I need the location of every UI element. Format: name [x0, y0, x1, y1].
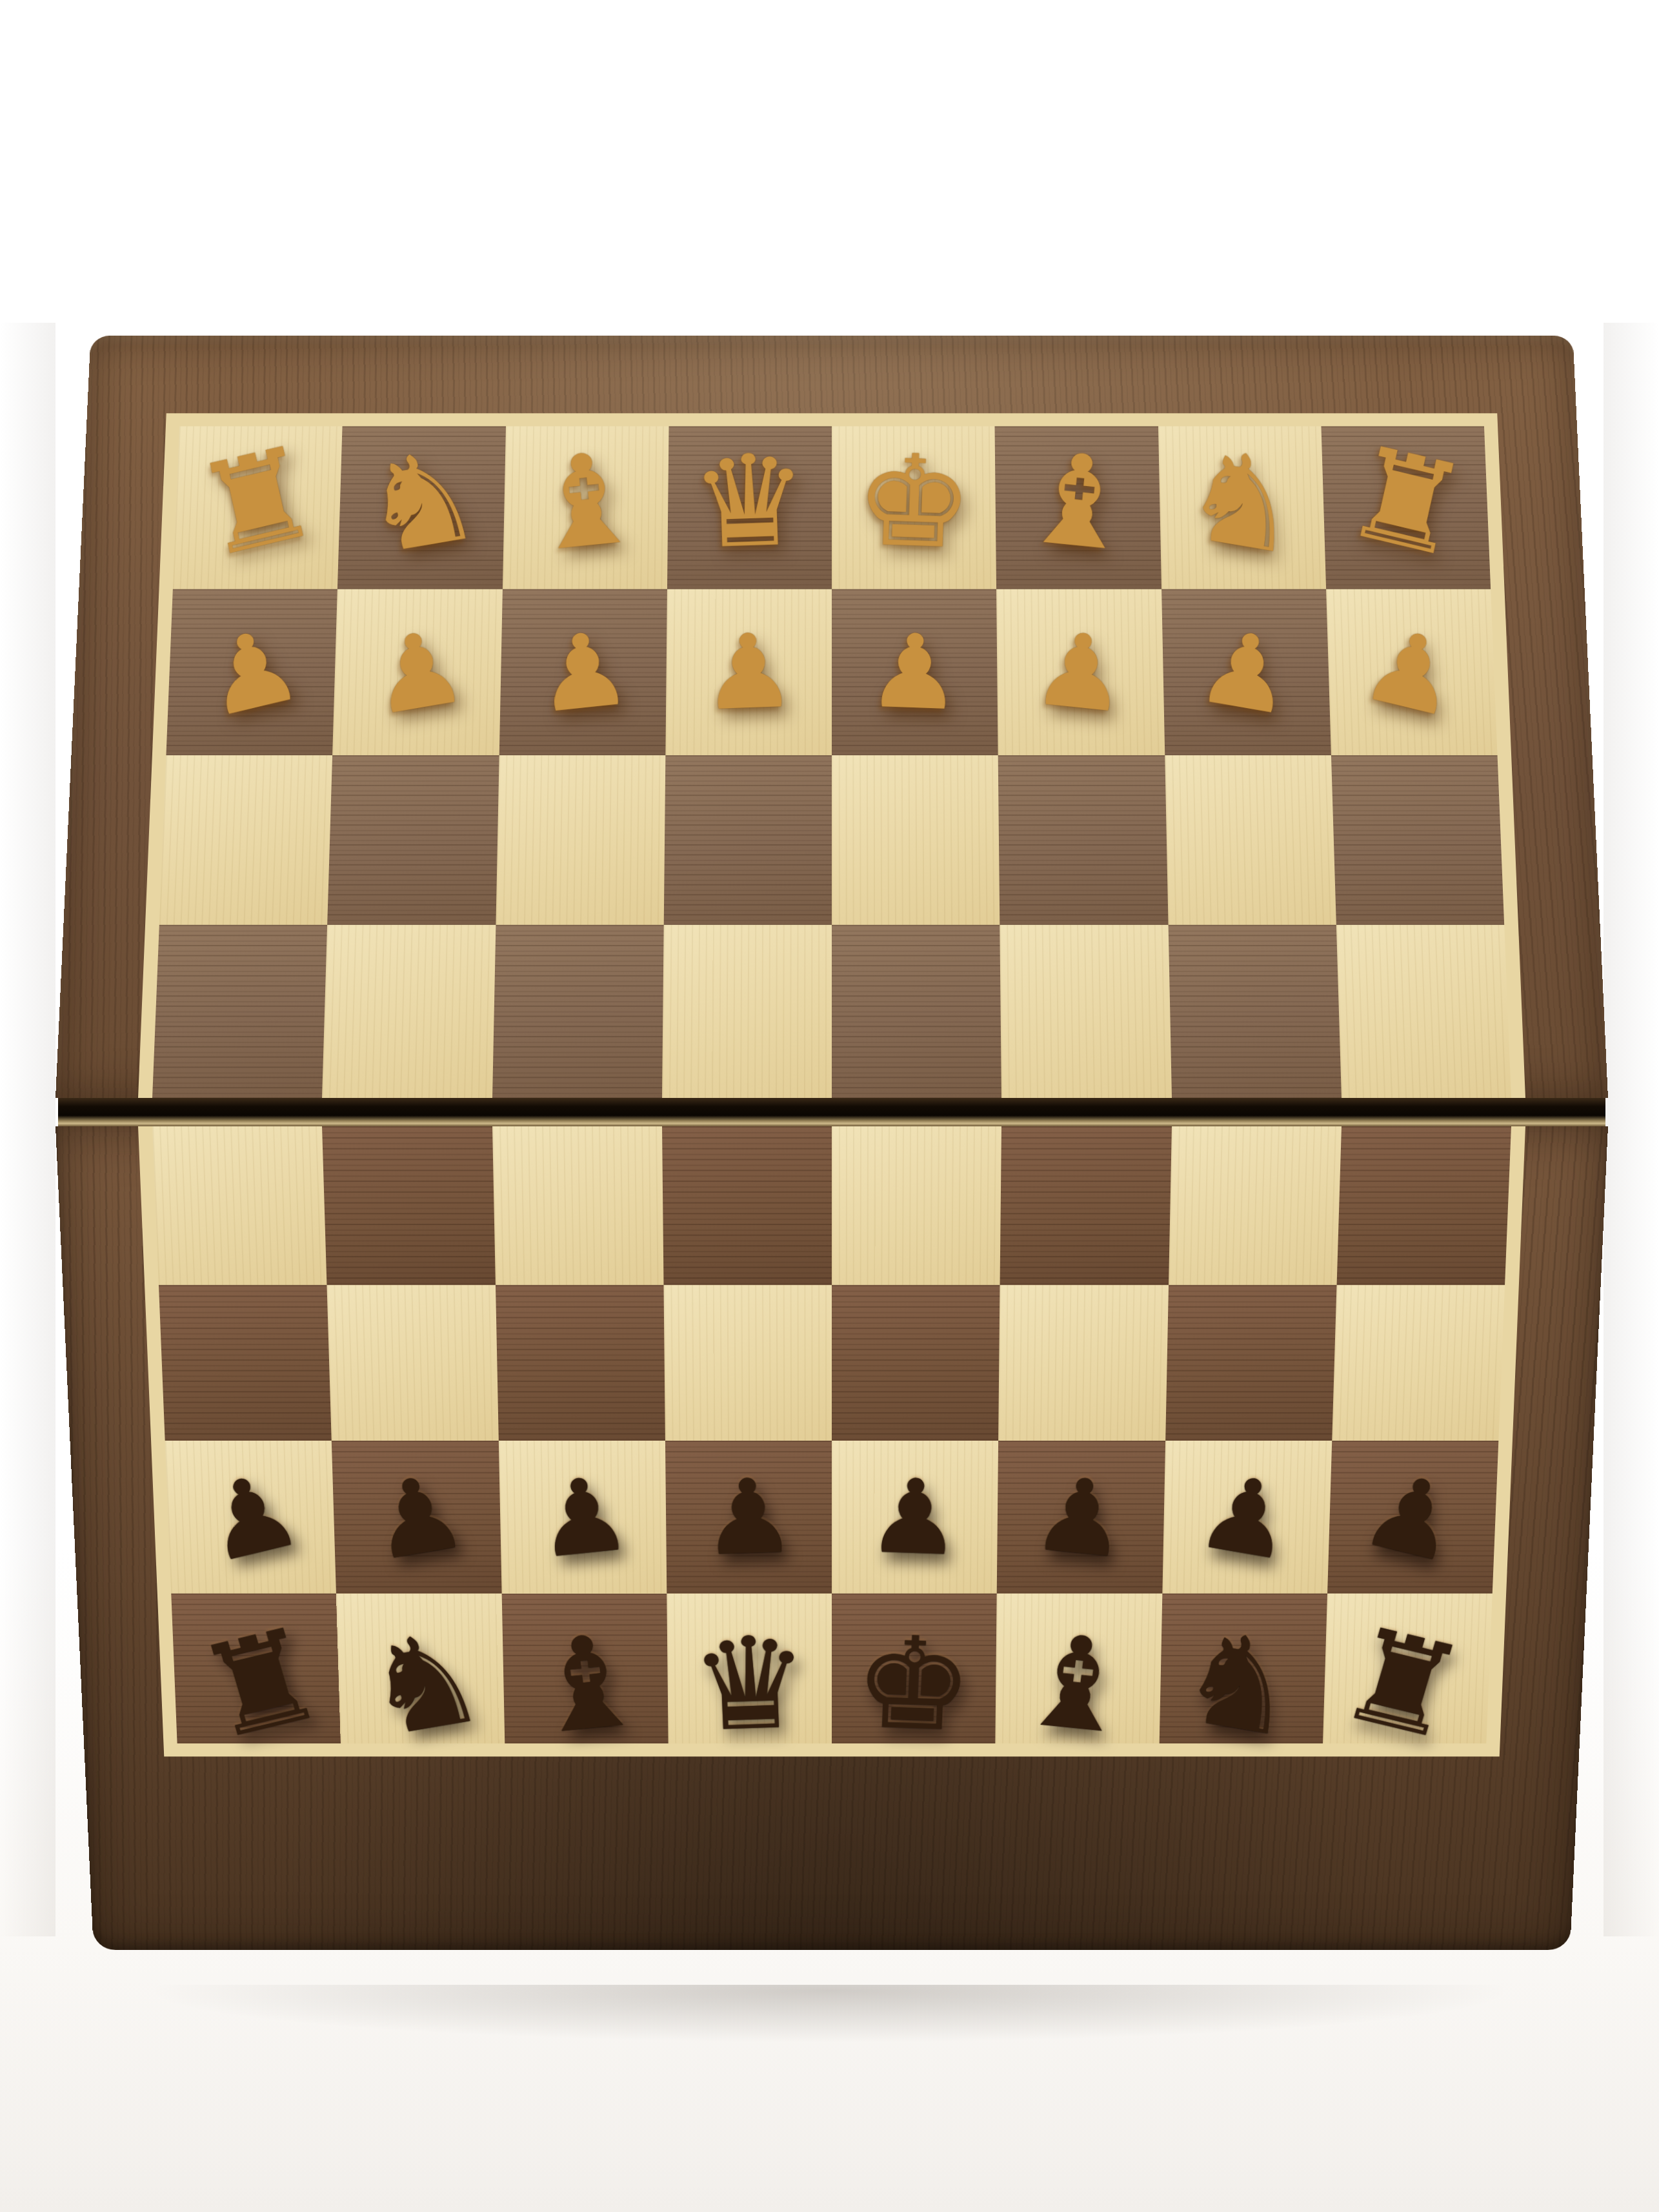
piece-light-queen: ♛	[689, 436, 810, 567]
board-top-half: ♜♞♝♛♚♝♞♜♟♟♟♟♟♟♟♟	[55, 336, 1608, 1098]
piece-light-pawn: ♟	[363, 614, 473, 731]
square-r6c2	[327, 1285, 499, 1441]
piece-light-pawn: ♟	[532, 616, 636, 727]
piece-dark-rook: ♜	[1328, 1608, 1478, 1760]
square-r8c6: ♝	[996, 1594, 1162, 1743]
maple-border-bottom-half: ♟♟♟♟♟♟♟♟♜♞♝♛♚♝♞♜	[138, 1126, 1525, 1756]
bottom-half-squares: ♟♟♟♟♟♟♟♟♜♞♝♛♚♝♞♜	[152, 1126, 1511, 1743]
square-r2c2: ♟	[332, 589, 502, 755]
square-r8c8: ♜	[1323, 1594, 1493, 1743]
square-r6c4	[663, 1285, 832, 1441]
board-drop-shadow	[142, 1985, 1517, 2043]
square-r8c7: ♞	[1159, 1594, 1327, 1743]
square-r6c6	[998, 1285, 1168, 1441]
square-r7c7: ♟	[1162, 1441, 1332, 1594]
square-r4c5	[832, 925, 1001, 1098]
piece-dark-pawn: ♟	[1190, 1459, 1304, 1576]
square-r6c8	[1332, 1285, 1505, 1441]
piece-light-bishop: ♝	[521, 433, 650, 571]
piece-light-bishop: ♝	[1013, 433, 1143, 571]
square-r8c4: ♛	[667, 1594, 832, 1743]
square-r1c2: ♞	[337, 426, 505, 589]
square-r2c5: ♟	[832, 589, 998, 755]
piece-dark-pawn: ♟	[1352, 1456, 1473, 1578]
maple-border-top-half: ♜♞♝♛♚♝♞♜♟♟♟♟♟♟♟♟	[138, 413, 1525, 1098]
square-r2c3: ♟	[499, 589, 667, 755]
square-r5c5	[832, 1126, 1001, 1285]
square-r6c7	[1165, 1285, 1337, 1441]
square-r2c6: ♟	[996, 589, 1164, 755]
left-backdrop-shade	[0, 323, 55, 1936]
square-r4c4	[662, 925, 832, 1098]
square-r3c2	[327, 755, 499, 925]
square-r1c1: ♜	[173, 426, 343, 589]
square-r1c7: ♞	[1158, 426, 1325, 589]
square-r5c3	[492, 1126, 664, 1285]
square-r3c6	[998, 755, 1168, 925]
square-r3c1	[159, 755, 333, 925]
square-r3c4	[663, 755, 832, 925]
piece-light-rook: ♜	[185, 427, 328, 576]
piece-light-pawn: ♟	[865, 619, 963, 724]
square-r6c1	[159, 1285, 332, 1441]
square-r5c4	[662, 1126, 832, 1285]
hinge-seam	[58, 1098, 1605, 1126]
square-r7c8: ♟	[1327, 1441, 1499, 1594]
square-r8c1: ♜	[171, 1594, 341, 1743]
board-bottom-half: ♟♟♟♟♟♟♟♟♜♞♝♛♚♝♞♜	[55, 1126, 1608, 1950]
square-r1c4: ♛	[667, 426, 832, 589]
piece-dark-pawn: ♟	[1027, 1461, 1134, 1573]
piece-dark-pawn: ♟	[865, 1465, 965, 1570]
square-r1c6: ♝	[995, 426, 1161, 589]
square-r2c7: ♟	[1161, 589, 1331, 755]
square-r6c5	[832, 1285, 1000, 1441]
piece-light-knight: ♞	[353, 430, 490, 574]
piece-dark-pawn: ♟	[699, 1465, 798, 1570]
square-r5c6	[1000, 1126, 1172, 1285]
piece-dark-queen: ♛	[688, 1619, 812, 1750]
piece-dark-bishop: ♝	[1010, 1615, 1143, 1753]
photo-scene: ♜♞♝♛♚♝♞♜♟♟♟♟♟♟♟♟ ♟♟♟♟♟♟♟♟♜♞♝♛♚♝♞♜	[0, 0, 1659, 2212]
square-r1c8: ♜	[1321, 426, 1491, 589]
piece-light-king: ♚	[852, 436, 974, 567]
piece-dark-pawn: ♟	[360, 1459, 474, 1576]
right-backdrop-shade	[1604, 323, 1659, 1936]
piece-light-pawn: ♟	[1354, 611, 1469, 733]
square-r4c6	[1000, 925, 1172, 1098]
square-r5c7	[1169, 1126, 1342, 1285]
square-r3c8	[1331, 755, 1505, 925]
square-r2c4: ♟	[665, 589, 832, 755]
square-r3c5	[832, 755, 1000, 925]
piece-light-knight: ♞	[1174, 430, 1311, 574]
square-r8c3: ♝	[501, 1594, 668, 1743]
square-r7c5: ♟	[832, 1441, 998, 1594]
square-r5c2	[322, 1126, 495, 1285]
square-r6c3	[495, 1285, 665, 1441]
square-r8c5: ♚	[832, 1594, 997, 1743]
piece-dark-pawn: ♟	[529, 1461, 636, 1573]
square-r1c5: ♚	[832, 426, 996, 589]
square-r2c1: ♟	[166, 589, 337, 755]
square-r4c1	[152, 925, 327, 1098]
piece-light-pawn: ♟	[1191, 614, 1300, 731]
chess-board: ♜♞♝♛♚♝♞♜♟♟♟♟♟♟♟♟ ♟♟♟♟♟♟♟♟♜♞♝♛♚♝♞♜	[55, 294, 1608, 1998]
piece-dark-pawn: ♟	[190, 1456, 311, 1578]
square-r7c1: ♟	[165, 1441, 337, 1594]
piece-light-pawn: ♟	[1028, 616, 1132, 727]
piece-dark-knight: ♞	[352, 1612, 495, 1756]
piece-light-pawn: ♟	[195, 611, 310, 733]
square-r5c1	[152, 1126, 327, 1285]
square-r3c3	[496, 755, 665, 925]
square-r7c6: ♟	[997, 1441, 1165, 1594]
square-r4c3	[492, 925, 664, 1098]
piece-dark-bishop: ♝	[520, 1615, 654, 1753]
square-r8c2: ♞	[336, 1594, 505, 1743]
square-r4c8	[1336, 925, 1511, 1098]
square-r5c8	[1336, 1126, 1511, 1285]
piece-dark-knight: ♞	[1169, 1612, 1311, 1756]
square-r4c2	[322, 925, 496, 1098]
square-r2c8: ♟	[1326, 589, 1498, 755]
square-r7c3: ♟	[498, 1441, 667, 1594]
top-half-squares: ♜♞♝♛♚♝♞♜♟♟♟♟♟♟♟♟	[152, 426, 1511, 1098]
piece-light-rook: ♜	[1335, 427, 1478, 576]
piece-dark-king: ♚	[852, 1619, 976, 1750]
piece-light-pawn: ♟	[700, 619, 798, 724]
square-r3c7	[1165, 755, 1336, 925]
square-r7c4: ♟	[665, 1441, 832, 1594]
square-r4c7	[1168, 925, 1342, 1098]
piece-dark-rook: ♜	[185, 1608, 336, 1760]
square-r7c2: ♟	[332, 1441, 501, 1594]
square-r1c3: ♝	[502, 426, 669, 589]
